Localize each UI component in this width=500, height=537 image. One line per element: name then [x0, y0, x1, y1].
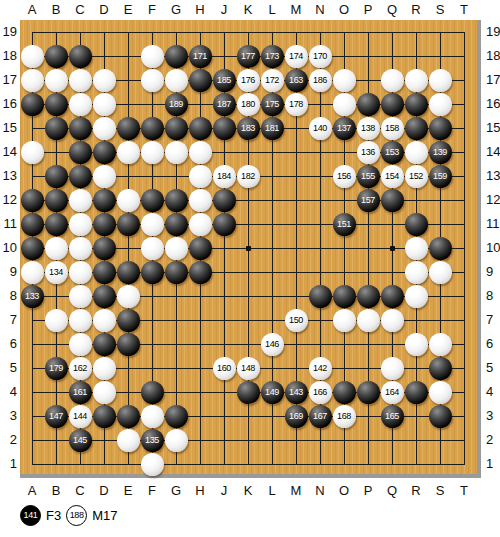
stone-C15	[69, 117, 92, 140]
caption: 141 F3 188 M17	[20, 505, 117, 526]
stone-P15: 138	[357, 117, 380, 140]
stone-R6	[405, 333, 428, 356]
stone-H18: 171	[189, 45, 212, 68]
stone-S6	[429, 333, 452, 356]
stone-O11: 151	[333, 213, 356, 236]
stone-H13	[189, 165, 212, 188]
stone-E14	[117, 141, 140, 164]
stone-C6	[69, 333, 92, 356]
stone-C18	[69, 45, 92, 68]
row-label-right: 7	[486, 312, 500, 328]
row-label-left: 14	[1, 144, 17, 160]
row-label-left: 1	[1, 456, 17, 472]
stone-H14	[189, 141, 212, 164]
stone-F18	[141, 45, 164, 68]
column-label-bottom: O	[332, 483, 356, 499]
stone-O7	[333, 309, 356, 332]
stone-E15	[117, 117, 140, 140]
stone-D9	[93, 261, 116, 284]
stone-F15	[141, 117, 164, 140]
stone-K16: 180	[237, 93, 260, 116]
row-label-left: 12	[1, 192, 17, 208]
stone-C3: 144	[69, 405, 92, 428]
stone-F4	[141, 381, 164, 404]
stone-B10	[45, 237, 68, 260]
stone-H12	[189, 189, 212, 212]
stone-K15: 183	[237, 117, 260, 140]
stone-C7	[69, 309, 92, 332]
stone-C8	[69, 285, 92, 308]
row-label-right: 3	[486, 408, 500, 424]
stone-K17: 176	[237, 69, 260, 92]
column-label-bottom: D	[92, 483, 116, 499]
stone-B5: 179	[45, 357, 68, 380]
page: 1711771731741701851761721631861891871801…	[0, 0, 500, 537]
stone-D7	[93, 309, 116, 332]
stone-E2	[117, 429, 140, 452]
row-label-right: 15	[486, 120, 500, 136]
stone-G10	[165, 237, 188, 260]
stone-Q7	[381, 309, 404, 332]
row-label-left: 19	[1, 24, 17, 40]
stone-S9	[429, 261, 452, 284]
stone-S5	[429, 357, 452, 380]
stone-R9	[405, 261, 428, 284]
column-label-bottom: N	[308, 483, 332, 499]
stone-C4: 161	[69, 381, 92, 404]
column-label-top: L	[260, 2, 284, 18]
stone-C9	[69, 261, 92, 284]
row-label-right: 11	[486, 216, 500, 232]
stone-F17	[141, 69, 164, 92]
stone-D14	[93, 141, 116, 164]
stone-E7	[117, 309, 140, 332]
stone-K18: 177	[237, 45, 260, 68]
column-label-bottom: T	[452, 483, 476, 499]
star-point	[246, 246, 251, 251]
column-label-bottom: M	[284, 483, 308, 499]
column-label-top: J	[212, 2, 236, 18]
stone-A18	[21, 45, 44, 68]
row-label-right: 18	[486, 48, 500, 64]
caption-black-move-disc: 141	[20, 505, 41, 526]
stone-B9: 134	[45, 261, 68, 284]
stone-N5: 142	[309, 357, 332, 380]
stone-H10	[189, 237, 212, 260]
column-label-bottom: J	[212, 483, 236, 499]
column-label-top: O	[332, 2, 356, 18]
stone-J11	[213, 213, 236, 236]
stone-R13: 152	[405, 165, 428, 188]
goban: 1711771731741701851761721631861891871801…	[20, 20, 481, 478]
stone-S4	[429, 381, 452, 404]
stone-E3	[117, 405, 140, 428]
column-label-top: E	[116, 2, 140, 18]
stone-E8	[117, 285, 140, 308]
stone-C12	[69, 189, 92, 212]
column-label-top: K	[236, 2, 260, 18]
stone-R8	[405, 285, 428, 308]
row-label-right: 12	[486, 192, 500, 208]
column-label-top: D	[92, 2, 116, 18]
stone-D10	[93, 237, 116, 260]
stone-Q15: 158	[381, 117, 404, 140]
stone-P4	[357, 381, 380, 404]
grid-line-horizontal	[32, 440, 465, 441]
stone-A16	[21, 93, 44, 116]
row-label-right: 14	[486, 144, 500, 160]
stone-G17	[165, 69, 188, 92]
stone-Q17	[381, 69, 404, 92]
stone-Q16	[381, 93, 404, 116]
stone-J17: 185	[213, 69, 236, 92]
stone-Q4: 164	[381, 381, 404, 404]
stone-F14	[141, 141, 164, 164]
column-label-bottom: A	[20, 483, 44, 499]
stone-A14	[21, 141, 44, 164]
stone-A12	[21, 189, 44, 212]
stone-F12	[141, 189, 164, 212]
stone-R15	[405, 117, 428, 140]
stone-M7: 150	[285, 309, 308, 332]
stone-B12	[45, 189, 68, 212]
stone-A10	[21, 237, 44, 260]
stone-O17	[333, 69, 356, 92]
stone-B17	[45, 69, 68, 92]
stone-S13: 159	[429, 165, 452, 188]
stone-O8	[333, 285, 356, 308]
stone-F3	[141, 405, 164, 428]
column-label-top: Q	[380, 2, 404, 18]
stone-O3: 168	[333, 405, 356, 428]
row-label-right: 4	[486, 384, 500, 400]
stone-M3: 169	[285, 405, 308, 428]
stone-M18: 174	[285, 45, 308, 68]
row-label-left: 4	[1, 384, 17, 400]
row-label-left: 13	[1, 168, 17, 184]
stone-C2: 145	[69, 429, 92, 452]
column-label-bottom: Q	[380, 483, 404, 499]
column-label-top: G	[164, 2, 188, 18]
column-label-top: S	[428, 2, 452, 18]
stone-B15	[45, 117, 68, 140]
stone-D8	[93, 285, 116, 308]
stone-P12: 157	[357, 189, 380, 212]
column-label-bottom: C	[68, 483, 92, 499]
stone-H11	[189, 213, 212, 236]
row-label-right: 8	[486, 288, 500, 304]
stone-O16	[333, 93, 356, 116]
stone-B11	[45, 213, 68, 236]
stone-D15	[93, 117, 116, 140]
stone-N17: 186	[309, 69, 332, 92]
row-label-left: 17	[1, 72, 17, 88]
stone-Q3: 165	[381, 405, 404, 428]
row-label-right: 6	[486, 336, 500, 352]
stone-Q12	[381, 189, 404, 212]
stone-G9	[165, 261, 188, 284]
stone-D3	[93, 405, 116, 428]
stone-E11	[117, 213, 140, 236]
row-label-right: 19	[486, 24, 500, 40]
stone-H17	[189, 69, 212, 92]
row-label-left: 18	[1, 48, 17, 64]
stone-C11	[69, 213, 92, 236]
stone-P13: 155	[357, 165, 380, 188]
column-label-bottom: R	[404, 483, 428, 499]
stone-A8: 133	[21, 285, 44, 308]
column-label-bottom: E	[116, 483, 140, 499]
row-label-right: 10	[486, 240, 500, 256]
stone-D5	[93, 357, 116, 380]
stone-B3: 147	[45, 405, 68, 428]
stone-G16: 189	[165, 93, 188, 116]
stone-C5: 162	[69, 357, 92, 380]
column-label-top: F	[140, 2, 164, 18]
stone-S17	[429, 69, 452, 92]
column-label-top: H	[188, 2, 212, 18]
stone-D13	[93, 165, 116, 188]
row-label-left: 9	[1, 264, 17, 280]
stone-B16	[45, 93, 68, 116]
stone-B13	[45, 165, 68, 188]
grid-line-horizontal	[32, 464, 465, 465]
stone-G2	[165, 429, 188, 452]
stone-J13: 184	[213, 165, 236, 188]
stone-B18	[45, 45, 68, 68]
stone-N3: 167	[309, 405, 332, 428]
stone-D6	[93, 333, 116, 356]
column-label-bottom: L	[260, 483, 284, 499]
stone-G11	[165, 213, 188, 236]
stone-Q13: 154	[381, 165, 404, 188]
stone-C10	[69, 237, 92, 260]
stone-R14	[405, 141, 428, 164]
stone-J5: 160	[213, 357, 236, 380]
column-label-bottom: G	[164, 483, 188, 499]
stone-G12	[165, 189, 188, 212]
stone-R17	[405, 69, 428, 92]
row-label-right: 9	[486, 264, 500, 280]
stone-L6: 146	[261, 333, 284, 356]
column-label-top: R	[404, 2, 428, 18]
column-label-bottom: F	[140, 483, 164, 499]
column-label-top: M	[284, 2, 308, 18]
stone-G18	[165, 45, 188, 68]
column-label-bottom: B	[44, 483, 68, 499]
stone-N15: 140	[309, 117, 332, 140]
stone-O13: 156	[333, 165, 356, 188]
row-label-left: 16	[1, 96, 17, 112]
stone-D16	[93, 93, 116, 116]
row-label-left: 3	[1, 408, 17, 424]
row-label-left: 8	[1, 288, 17, 304]
column-label-top: P	[356, 2, 380, 18]
stone-P7	[357, 309, 380, 332]
stone-D17	[93, 69, 116, 92]
caption-white-move-disc: 188	[66, 505, 87, 526]
column-label-top: N	[308, 2, 332, 18]
stone-S16	[429, 93, 452, 116]
stone-M17: 163	[285, 69, 308, 92]
stone-N4: 166	[309, 381, 332, 404]
stone-K13: 182	[237, 165, 260, 188]
stone-F11	[141, 213, 164, 236]
stone-Q14: 153	[381, 141, 404, 164]
stone-D4	[93, 381, 116, 404]
stone-A17	[21, 69, 44, 92]
row-label-left: 6	[1, 336, 17, 352]
stone-H9	[189, 261, 212, 284]
star-point	[390, 246, 395, 251]
stone-M16: 178	[285, 93, 308, 116]
column-label-bottom: S	[428, 483, 452, 499]
stone-R16	[405, 93, 428, 116]
stone-A11	[21, 213, 44, 236]
column-label-top: T	[452, 2, 476, 18]
stone-P16	[357, 93, 380, 116]
caption-black-move-point: F3	[46, 508, 61, 523]
stone-O15: 137	[333, 117, 356, 140]
stone-L4: 149	[261, 381, 284, 404]
stone-F10	[141, 237, 164, 260]
stone-E12	[117, 189, 140, 212]
stone-L17: 172	[261, 69, 284, 92]
stone-C16	[69, 93, 92, 116]
row-label-left: 2	[1, 432, 17, 448]
row-label-right: 13	[486, 168, 500, 184]
stone-O4	[333, 381, 356, 404]
column-label-bottom: P	[356, 483, 380, 499]
stone-C14	[69, 141, 92, 164]
stone-E6	[117, 333, 140, 356]
stone-S10	[429, 237, 452, 260]
stone-Q8	[381, 285, 404, 308]
stone-K5: 148	[237, 357, 260, 380]
stone-D11	[93, 213, 116, 236]
stone-A9	[21, 261, 44, 284]
stone-F9	[141, 261, 164, 284]
stone-G15	[165, 117, 188, 140]
caption-white-move-point: M17	[92, 508, 117, 523]
row-label-left: 10	[1, 240, 17, 256]
row-label-right: 5	[486, 360, 500, 376]
stone-S14: 139	[429, 141, 452, 164]
stone-F2: 135	[141, 429, 164, 452]
column-label-bottom: H	[188, 483, 212, 499]
stone-C13	[69, 165, 92, 188]
stone-F1	[141, 453, 164, 476]
row-label-left: 7	[1, 312, 17, 328]
stone-B7	[45, 309, 68, 332]
grid-line-vertical	[464, 32, 465, 465]
stone-R11	[405, 213, 428, 236]
stone-S3	[429, 405, 452, 428]
stone-K4	[237, 381, 260, 404]
row-label-left: 11	[1, 216, 17, 232]
stone-C17	[69, 69, 92, 92]
stone-R4	[405, 381, 428, 404]
stone-P8	[357, 285, 380, 308]
row-label-right: 2	[486, 432, 500, 448]
column-label-bottom: K	[236, 483, 260, 499]
row-label-right: 1	[486, 456, 500, 472]
row-label-right: 16	[486, 96, 500, 112]
stone-J16: 187	[213, 93, 236, 116]
stone-P14: 136	[357, 141, 380, 164]
column-label-top: B	[44, 2, 68, 18]
row-label-left: 5	[1, 360, 17, 376]
stone-H15	[189, 117, 212, 140]
stone-S15	[429, 117, 452, 140]
row-label-left: 15	[1, 120, 17, 136]
row-label-right: 17	[486, 72, 500, 88]
column-label-top: A	[20, 2, 44, 18]
stone-M4: 143	[285, 381, 308, 404]
stone-J15	[213, 117, 236, 140]
stone-Q5	[381, 357, 404, 380]
stone-N8	[309, 285, 332, 308]
stone-E9	[117, 261, 140, 284]
stone-G14	[165, 141, 188, 164]
stone-L16: 175	[261, 93, 284, 116]
stone-R10	[405, 237, 428, 260]
stone-D12	[93, 189, 116, 212]
stone-L18: 173	[261, 45, 284, 68]
stone-L15: 181	[261, 117, 284, 140]
stone-J12	[213, 189, 236, 212]
stone-N18: 170	[309, 45, 332, 68]
stone-G3	[165, 405, 188, 428]
column-label-top: C	[68, 2, 92, 18]
